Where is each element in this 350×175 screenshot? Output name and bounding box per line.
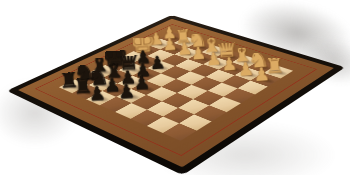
- playing-area-grid: ♟♜♞♝♛♝♞♜♟♟♟♟♟♟♟♟♚♟♟♚♛♟♝♝♟♟♞♞♟♟♜♜♟: [59, 32, 293, 140]
- square-r2c8[interactable]: ♟: [251, 73, 281, 87]
- product-photo-scene: Staunton chess set product photo: ebony …: [0, 0, 350, 175]
- chess-board: ♟♜♞♝♛♝♞♜♟♟♟♟♟♟♟♟♚♟♟♚♛♟♝♝♟♟♞♞♟♟♜♜♟: [7, 15, 346, 175]
- board-walnut-frame: ♟♜♞♝♛♝♞♜♟♟♟♟♟♟♟♟♚♟♟♚♛♟♝♝♟♟♞♞♟♟♜♜♟: [18, 19, 334, 168]
- board-molded-edge: ♟♜♞♝♛♝♞♜♟♟♟♟♟♟♟♟♚♟♟♚♛♟♝♝♟♟♞♞♟♟♜♜♟: [7, 15, 346, 175]
- board-pinstripe-inlay: ♟♜♞♝♛♝♞♜♟♟♟♟♟♟♟♟♚♟♟♚♛♟♝♝♟♟♞♞♟♟♜♜♟: [35, 24, 317, 156]
